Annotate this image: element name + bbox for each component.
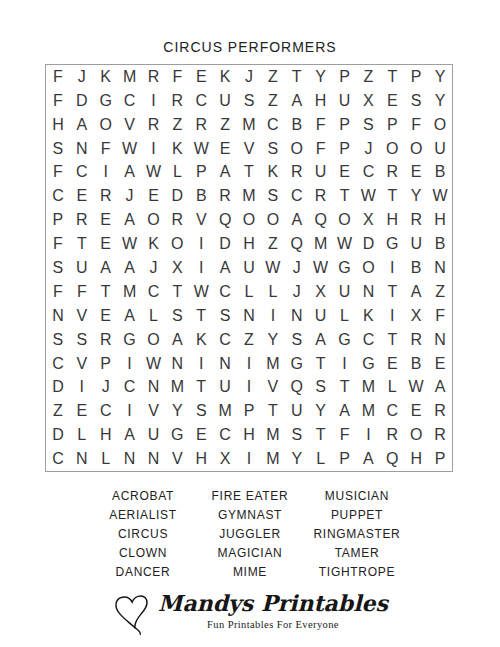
grid-cell: O: [142, 328, 166, 352]
brand-footer: Mandys Printables Fun Printables For Eve…: [0, 588, 500, 640]
grid-cell: I: [237, 375, 261, 399]
grid-cell: R: [94, 328, 118, 352]
grid-cell: U: [237, 256, 261, 280]
grid-cell: F: [165, 65, 189, 89]
grid-cell: C: [94, 399, 118, 423]
puzzle-title: CIRCUS PERFORMERS: [0, 39, 500, 55]
grid-cell: O: [237, 208, 261, 232]
grid-cell: C: [142, 280, 166, 304]
grid-cell: E: [404, 399, 428, 423]
grid-cell: G: [333, 328, 357, 352]
grid-cell: G: [356, 352, 380, 376]
grid-cell: I: [356, 423, 380, 447]
grid-cell: Y: [309, 399, 333, 423]
grid-cell: G: [285, 352, 309, 376]
grid-cell: T: [285, 65, 309, 89]
grid-cell: W: [356, 184, 380, 208]
grid-cell: V: [165, 447, 189, 471]
grid-cell: H: [404, 447, 428, 471]
word-list-item: CLOWN: [90, 544, 197, 563]
grid-cell: E: [94, 208, 118, 232]
grid-cell: E: [189, 65, 213, 89]
grid-cell: E: [333, 161, 357, 185]
grid-cell: E: [94, 232, 118, 256]
word-list-item: CIRCUS: [90, 525, 197, 544]
grid-cell: I: [261, 304, 285, 328]
grid-cell: R: [380, 161, 404, 185]
grid-cell: V: [189, 208, 213, 232]
grid-cell: W: [309, 256, 333, 280]
grid-cell: P: [333, 113, 357, 137]
grid-cell: M: [261, 352, 285, 376]
grid-cell: S: [237, 89, 261, 113]
grid-cell: A: [118, 304, 142, 328]
grid-cell: H: [237, 232, 261, 256]
word-column-2: FIRE EATERGYMNASTJUGGLERMAGICIANMIME: [197, 487, 304, 582]
brand-tagline: Fun Printables For Everyone: [207, 619, 339, 630]
grid-cell: R: [428, 423, 452, 447]
grid-cell: L: [142, 304, 166, 328]
grid-cell: P: [94, 352, 118, 376]
grid-cell: T: [189, 304, 213, 328]
grid-cell: H: [46, 113, 70, 137]
grid-cell: D: [70, 89, 94, 113]
grid-cell: I: [237, 352, 261, 376]
grid-cell: V: [70, 352, 94, 376]
grid-cell: C: [70, 161, 94, 185]
grid-cell: S: [46, 328, 70, 352]
grid-cell: M: [165, 375, 189, 399]
grid-cell: P: [333, 65, 357, 89]
grid-cell: M: [261, 423, 285, 447]
grid-cell: N: [213, 352, 237, 376]
grid-cell: U: [404, 232, 428, 256]
grid-cell: N: [70, 447, 94, 471]
grid-cell: M: [261, 447, 285, 471]
grid-cell: U: [309, 304, 333, 328]
grid-cell: S: [46, 137, 70, 161]
grid-cell: G: [380, 232, 404, 256]
grid-cell: E: [189, 423, 213, 447]
word-list-item: FIRE EATER: [197, 487, 304, 506]
grid-cell: Z: [237, 328, 261, 352]
grid-cell: C: [285, 184, 309, 208]
grid-cell: S: [261, 184, 285, 208]
grid-cell: O: [380, 137, 404, 161]
grid-cell: N: [285, 304, 309, 328]
grid-cell: T: [380, 280, 404, 304]
grid-cell: H: [428, 208, 452, 232]
word-column-3: MUSICIANPUPPETRINGMASTERTAMERTIGHTROPE: [304, 487, 411, 582]
grid-cell: J: [237, 65, 261, 89]
heart-icon: [109, 587, 160, 643]
grid-cell: U: [213, 89, 237, 113]
grid-cell: E: [70, 399, 94, 423]
grid-cell: L: [380, 375, 404, 399]
grid-cell: S: [70, 328, 94, 352]
grid-cell: H: [237, 423, 261, 447]
grid-cell: L: [261, 280, 285, 304]
grid-cell: I: [142, 89, 166, 113]
grid-cell: Y: [165, 399, 189, 423]
grid-cell: X: [213, 447, 237, 471]
grid-cell: J: [285, 256, 309, 280]
grid-cell: B: [404, 256, 428, 280]
grid-cell: F: [309, 137, 333, 161]
grid-cell: M: [237, 184, 261, 208]
grid-cell: Y: [404, 184, 428, 208]
grid-cell: C: [46, 184, 70, 208]
grid-cell: U: [333, 89, 357, 113]
grid-cell: P: [237, 399, 261, 423]
grid-cell: R: [165, 89, 189, 113]
grid-cell: R: [404, 208, 428, 232]
word-list-item: MIME: [197, 563, 304, 582]
grid-cell: R: [165, 208, 189, 232]
grid-cell: K: [142, 232, 166, 256]
word-list-item: ACROBAT: [90, 487, 197, 506]
grid-cell: F: [46, 232, 70, 256]
grid-cell: E: [380, 352, 404, 376]
grid-cell: I: [189, 256, 213, 280]
grid-cell: E: [94, 304, 118, 328]
grid-cell: T: [70, 232, 94, 256]
grid-cell: Q: [380, 447, 404, 471]
grid-cell: E: [70, 184, 94, 208]
grid-cell: O: [165, 232, 189, 256]
grid-cell: P: [333, 447, 357, 471]
grid-cell: Q: [309, 208, 333, 232]
grid-cell: T: [309, 352, 333, 376]
grid-cell: U: [213, 375, 237, 399]
grid-cell: E: [404, 161, 428, 185]
grid-cell: M: [213, 399, 237, 423]
grid-cell: E: [380, 89, 404, 113]
grid-cell: O: [261, 208, 285, 232]
grid-cell: B: [285, 113, 309, 137]
grid-cell: A: [333, 399, 357, 423]
grid-cell: E: [142, 184, 166, 208]
grid-cell: K: [261, 161, 285, 185]
grid-cell: S: [165, 304, 189, 328]
grid-cell: Q: [285, 232, 309, 256]
grid-cell: T: [237, 161, 261, 185]
grid-cell: I: [380, 304, 404, 328]
word-search-grid: FJKMRFEKJZTYPZTPYFDGCIRCUSZAHUXESYHAOVRZ…: [45, 64, 453, 472]
grid-cell: C: [213, 423, 237, 447]
grid-cell: B: [428, 232, 452, 256]
grid-cell: H: [189, 447, 213, 471]
grid-cell: D: [46, 423, 70, 447]
grid-cell: C: [46, 447, 70, 471]
grid-cell: I: [380, 256, 404, 280]
word-list-item: AERIALIST: [90, 506, 197, 525]
grid-cell: A: [118, 208, 142, 232]
grid-cell: R: [213, 184, 237, 208]
grid-cell: W: [118, 137, 142, 161]
grid-cell: M: [356, 399, 380, 423]
grid-cell: C: [189, 89, 213, 113]
grid-cell: S: [356, 113, 380, 137]
grid-cell: I: [189, 232, 213, 256]
grid-cell: A: [165, 328, 189, 352]
grid-cell: V: [261, 375, 285, 399]
grid-cell: W: [118, 232, 142, 256]
grid-cell: R: [142, 65, 166, 89]
grid-cell: J: [70, 65, 94, 89]
grid-cell: Y: [261, 328, 285, 352]
grid-cell: B: [189, 184, 213, 208]
grid-cell: I: [118, 399, 142, 423]
grid-cell: J: [356, 137, 380, 161]
grid-cell: G: [118, 328, 142, 352]
grid-cell: L: [70, 423, 94, 447]
grid-cell: O: [356, 256, 380, 280]
grid-cell: S: [404, 89, 428, 113]
grid-cell: F: [404, 113, 428, 137]
word-list-item: DANCER: [90, 563, 197, 582]
grid-cell: F: [46, 280, 70, 304]
grid-cell: M: [118, 280, 142, 304]
grid-cell: B: [404, 352, 428, 376]
word-list-item: MAGICIAN: [197, 544, 304, 563]
grid-cell: U: [70, 256, 94, 280]
word-list-item: JUGGLER: [197, 525, 304, 544]
grid-cell: R: [94, 184, 118, 208]
grid-cell: R: [189, 113, 213, 137]
grid-cell: F: [309, 113, 333, 137]
grid-cell: Z: [261, 65, 285, 89]
grid-cell: I: [237, 447, 261, 471]
grid-cell: F: [428, 304, 452, 328]
grid-cell: X: [165, 256, 189, 280]
grid-cell: T: [261, 399, 285, 423]
word-list-item: RINGMASTER: [304, 525, 411, 544]
grid-cell: W: [189, 137, 213, 161]
word-list-item: GYMNAST: [197, 506, 304, 525]
grid-cell: R: [380, 423, 404, 447]
grid-cell: N: [428, 328, 452, 352]
grid-cell: C: [118, 89, 142, 113]
grid-cell: G: [165, 423, 189, 447]
grid-cell: W: [404, 375, 428, 399]
grid-cell: H: [309, 89, 333, 113]
grid-cell: I: [94, 161, 118, 185]
grid-cell: I: [118, 352, 142, 376]
grid-cell: A: [70, 113, 94, 137]
grid-cell: K: [356, 304, 380, 328]
grid-cell: U: [333, 280, 357, 304]
grid-cell: E: [213, 137, 237, 161]
word-list: ACROBATAERIALISTCIRCUSCLOWNDANCER FIRE E…: [0, 487, 500, 582]
grid-cell: T: [94, 280, 118, 304]
grid-cell: P: [189, 161, 213, 185]
grid-cell: D: [46, 375, 70, 399]
grid-cell: O: [333, 208, 357, 232]
grid-cell: Z: [165, 113, 189, 137]
grid-cell: Y: [428, 89, 452, 113]
grid-cell: Y: [285, 447, 309, 471]
grid-cell: V: [118, 113, 142, 137]
grid-cell: Z: [213, 113, 237, 137]
grid-cell: T: [333, 375, 357, 399]
grid-cell: G: [94, 89, 118, 113]
grid-cell: M: [309, 232, 333, 256]
brand-text-block: Mandys Printables Fun Printables For Eve…: [158, 588, 388, 630]
grid-cell: L: [237, 280, 261, 304]
grid-cell: X: [404, 304, 428, 328]
grid-cell: Y: [428, 65, 452, 89]
grid-cell: N: [142, 375, 166, 399]
grid-cell: Y: [309, 65, 333, 89]
grid-cell: U: [285, 399, 309, 423]
grid-cell: U: [309, 161, 333, 185]
grid-cell: I: [70, 375, 94, 399]
grid-cell: P: [333, 137, 357, 161]
grid-cell: K: [189, 328, 213, 352]
grid-cell: A: [428, 375, 452, 399]
grid-cell: C: [213, 328, 237, 352]
word-list-item: MUSICIAN: [304, 487, 411, 506]
grid-cell: P: [404, 65, 428, 89]
grid-cell: Q: [213, 208, 237, 232]
grid-cell: O: [94, 113, 118, 137]
grid-cell: S: [189, 399, 213, 423]
grid-cell: A: [118, 256, 142, 280]
grid-cell: X: [356, 89, 380, 113]
grid-cell: M: [237, 113, 261, 137]
grid-cell: C: [213, 280, 237, 304]
grid-cell: C: [118, 375, 142, 399]
grid-cell: S: [46, 256, 70, 280]
grid-cell: R: [404, 328, 428, 352]
grid-cell: F: [46, 89, 70, 113]
grid-cell: W: [333, 232, 357, 256]
grid-cell: P: [46, 208, 70, 232]
grid-cell: T: [309, 423, 333, 447]
grid-cell: T: [380, 184, 404, 208]
grid-cell: Z: [261, 232, 285, 256]
grid-cell: P: [380, 113, 404, 137]
grid-cell: T: [380, 65, 404, 89]
grid-cell: T: [165, 280, 189, 304]
grid-cell: Z: [356, 65, 380, 89]
grid-cell: P: [428, 447, 452, 471]
grid-cell: A: [118, 161, 142, 185]
grid-cell: D: [213, 232, 237, 256]
grid-cell: R: [142, 113, 166, 137]
grid-cell: L: [94, 447, 118, 471]
grid-cell: K: [165, 137, 189, 161]
grid-cell: O: [142, 208, 166, 232]
grid-cell: N: [46, 304, 70, 328]
grid-cell: N: [428, 256, 452, 280]
grid-cell: X: [309, 280, 333, 304]
grid-cell: J: [285, 280, 309, 304]
grid-cell: H: [380, 208, 404, 232]
grid-cell: I: [189, 352, 213, 376]
grid-cell: S: [285, 423, 309, 447]
grid-cell: D: [356, 232, 380, 256]
word-list-item: TIGHTROPE: [304, 563, 411, 582]
grid-cell: A: [118, 423, 142, 447]
grid-cell: A: [309, 328, 333, 352]
grid-cell: I: [142, 137, 166, 161]
grid-cell: F: [46, 65, 70, 89]
grid-cell: J: [118, 184, 142, 208]
grid-cell: N: [70, 137, 94, 161]
grid-cell: F: [46, 161, 70, 185]
grid-cell: T: [189, 375, 213, 399]
grid-cell: O: [404, 423, 428, 447]
grid-cell: W: [142, 352, 166, 376]
grid-cell: H: [94, 423, 118, 447]
grid-cell: C: [46, 352, 70, 376]
grid-cell: C: [356, 161, 380, 185]
grid-cell: M: [118, 65, 142, 89]
grid-cell: K: [213, 65, 237, 89]
worksheet-page: CIRCUS PERFORMERS FJKMRFEKJZTYPZTPYFDGCI…: [0, 0, 500, 647]
grid-cell: G: [333, 256, 357, 280]
grid-cell: W: [142, 161, 166, 185]
grid-cell: S: [285, 328, 309, 352]
grid-cell: S: [309, 375, 333, 399]
grid-cell: N: [142, 447, 166, 471]
grid-cell: U: [142, 423, 166, 447]
grid-cell: Z: [46, 399, 70, 423]
word-column-1: ACROBATAERIALISTCIRCUSCLOWNDANCER: [90, 487, 197, 582]
grid-cell: A: [285, 208, 309, 232]
grid-cell: Z: [428, 280, 452, 304]
grid-cell: S: [213, 304, 237, 328]
grid-cell: O: [428, 113, 452, 137]
grid-cell: L: [165, 161, 189, 185]
grid-cell: I: [333, 352, 357, 376]
word-list-item: TAMER: [304, 544, 411, 563]
grid-cell: A: [356, 447, 380, 471]
grid-cell: E: [428, 352, 452, 376]
grid-cell: L: [309, 447, 333, 471]
grid-cell: R: [285, 161, 309, 185]
grid-cell: X: [356, 208, 380, 232]
grid-cell: C: [356, 328, 380, 352]
grid-cell: M: [356, 375, 380, 399]
grid-cell: R: [309, 184, 333, 208]
grid-cell: V: [237, 137, 261, 161]
grid-cell: O: [285, 137, 309, 161]
grid-cell: N: [118, 447, 142, 471]
grid-cell: J: [142, 256, 166, 280]
grid-cell: F: [70, 280, 94, 304]
grid-cell: R: [428, 399, 452, 423]
grid-cell: N: [165, 352, 189, 376]
grid-cell: J: [94, 375, 118, 399]
grid-cell: Z: [261, 89, 285, 113]
grid-cell: W: [261, 256, 285, 280]
grid-cell: A: [213, 161, 237, 185]
grid-cell: A: [213, 256, 237, 280]
brand-name: Mandys Printables: [158, 588, 388, 618]
grid-cell: T: [380, 328, 404, 352]
grid-cell: F: [94, 137, 118, 161]
grid-cell: Q: [285, 375, 309, 399]
grid-cell: B: [428, 161, 452, 185]
grid-cell: C: [261, 113, 285, 137]
grid-cell: A: [404, 280, 428, 304]
grid-cell: W: [428, 184, 452, 208]
grid-cell: N: [237, 304, 261, 328]
grid-cell: A: [94, 256, 118, 280]
